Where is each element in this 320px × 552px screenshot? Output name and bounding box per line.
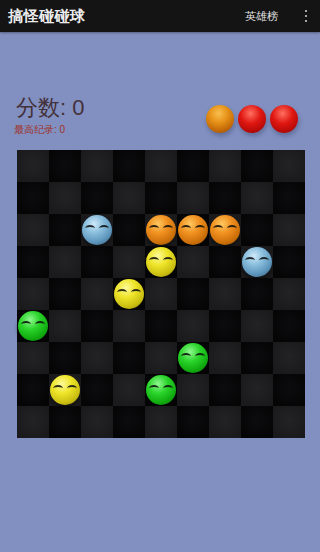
- board-cell-r4c0[interactable]: [17, 278, 49, 310]
- board-cell-r2c6[interactable]: [209, 214, 241, 246]
- board-cell-r0c3[interactable]: [113, 150, 145, 182]
- board-cell-r4c6[interactable]: [209, 278, 241, 310]
- next-balls-tray: [206, 105, 298, 133]
- board-cell-r1c5[interactable]: [177, 182, 209, 214]
- board-cell-r8c6[interactable]: [209, 406, 241, 438]
- board-cell-r3c3[interactable]: [113, 246, 145, 278]
- app-title: 搞怪碰碰球: [8, 7, 86, 26]
- board-cell-r1c3[interactable]: [113, 182, 145, 214]
- board-cell-r5c2[interactable]: [81, 310, 113, 342]
- board-cell-r7c8[interactable]: [273, 374, 305, 406]
- board-cell-r1c7[interactable]: [241, 182, 273, 214]
- board-cell-r8c7[interactable]: [241, 406, 273, 438]
- board-cell-r5c6[interactable]: [209, 310, 241, 342]
- ball-orange[interactable]: [210, 215, 240, 245]
- board-cell-r8c2[interactable]: [81, 406, 113, 438]
- leaderboard-button[interactable]: 英雄榜: [245, 9, 278, 24]
- board-cell-r4c7[interactable]: [241, 278, 273, 310]
- board-cell-r3c0[interactable]: [17, 246, 49, 278]
- board-cell-r7c0[interactable]: [17, 374, 49, 406]
- board-cell-r4c5[interactable]: [177, 278, 209, 310]
- board-cell-r8c3[interactable]: [113, 406, 145, 438]
- ball-green[interactable]: [18, 311, 48, 341]
- game-board: [17, 150, 305, 438]
- ball-yellow[interactable]: [114, 279, 144, 309]
- board-cell-r2c1[interactable]: [49, 214, 81, 246]
- ball-green[interactable]: [146, 375, 176, 405]
- board-cell-r5c3[interactable]: [113, 310, 145, 342]
- board-cell-r7c5[interactable]: [177, 374, 209, 406]
- board-cell-r1c2[interactable]: [81, 182, 113, 214]
- board-cell-r4c3[interactable]: [113, 278, 145, 310]
- board-cell-r4c2[interactable]: [81, 278, 113, 310]
- board-cell-r1c4[interactable]: [145, 182, 177, 214]
- board-cell-r2c4[interactable]: [145, 214, 177, 246]
- ball-blue[interactable]: [82, 215, 112, 245]
- board-cell-r4c4[interactable]: [145, 278, 177, 310]
- board-cell-r3c7[interactable]: [241, 246, 273, 278]
- ball-yellow[interactable]: [50, 375, 80, 405]
- board-cell-r1c0[interactable]: [17, 182, 49, 214]
- board-cell-r8c1[interactable]: [49, 406, 81, 438]
- board-cell-r6c8[interactable]: [273, 342, 305, 374]
- board-cell-r4c1[interactable]: [49, 278, 81, 310]
- board-cell-r7c7[interactable]: [241, 374, 273, 406]
- board-cell-r5c5[interactable]: [177, 310, 209, 342]
- board-cell-r2c0[interactable]: [17, 214, 49, 246]
- board-cell-r2c2[interactable]: [81, 214, 113, 246]
- overflow-menu-icon[interactable]: [298, 6, 314, 26]
- board-cell-r6c0[interactable]: [17, 342, 49, 374]
- board-cell-r2c8[interactable]: [273, 214, 305, 246]
- board-cell-r3c2[interactable]: [81, 246, 113, 278]
- board-cell-r7c1[interactable]: [49, 374, 81, 406]
- score-text: 分数: 0: [16, 93, 84, 123]
- board-cell-r0c0[interactable]: [17, 150, 49, 182]
- ball-blue[interactable]: [242, 247, 272, 277]
- next-ball-orange: [206, 105, 234, 133]
- board-cell-r6c5[interactable]: [177, 342, 209, 374]
- board-cell-r5c1[interactable]: [49, 310, 81, 342]
- board-cell-r4c8[interactable]: [273, 278, 305, 310]
- board-cell-r3c1[interactable]: [49, 246, 81, 278]
- board-cell-r8c5[interactable]: [177, 406, 209, 438]
- board-cell-r7c4[interactable]: [145, 374, 177, 406]
- next-ball-red: [270, 105, 298, 133]
- ball-green[interactable]: [178, 343, 208, 373]
- board-cell-r1c8[interactable]: [273, 182, 305, 214]
- board-cell-r8c0[interactable]: [17, 406, 49, 438]
- board-cell-r6c2[interactable]: [81, 342, 113, 374]
- board-cell-r2c5[interactable]: [177, 214, 209, 246]
- board-cell-r0c5[interactable]: [177, 150, 209, 182]
- board-cell-r0c8[interactable]: [273, 150, 305, 182]
- board-cell-r0c6[interactable]: [209, 150, 241, 182]
- board-cell-r0c1[interactable]: [49, 150, 81, 182]
- board-cell-r7c2[interactable]: [81, 374, 113, 406]
- board-cell-r3c6[interactable]: [209, 246, 241, 278]
- board-cell-r1c1[interactable]: [49, 182, 81, 214]
- board-cell-r6c4[interactable]: [145, 342, 177, 374]
- next-ball-red: [238, 105, 266, 133]
- ball-yellow[interactable]: [146, 247, 176, 277]
- board-cell-r0c2[interactable]: [81, 150, 113, 182]
- board-cell-r6c1[interactable]: [49, 342, 81, 374]
- board-cell-r7c6[interactable]: [209, 374, 241, 406]
- best-score-text: 最高纪录: 0: [14, 123, 65, 137]
- ball-orange[interactable]: [146, 215, 176, 245]
- board-cell-r8c8[interactable]: [273, 406, 305, 438]
- board-cell-r5c8[interactable]: [273, 310, 305, 342]
- board-cell-r0c7[interactable]: [241, 150, 273, 182]
- ball-orange[interactable]: [178, 215, 208, 245]
- board-cell-r1c6[interactable]: [209, 182, 241, 214]
- board-cell-r6c7[interactable]: [241, 342, 273, 374]
- board-cell-r0c4[interactable]: [145, 150, 177, 182]
- board-cell-r3c5[interactable]: [177, 246, 209, 278]
- app-bar: 搞怪碰碰球 英雄榜: [0, 0, 320, 32]
- board-cell-r5c4[interactable]: [145, 310, 177, 342]
- board-cell-r8c4[interactable]: [145, 406, 177, 438]
- board-cell-r2c7[interactable]: [241, 214, 273, 246]
- board-cell-r5c0[interactable]: [17, 310, 49, 342]
- board-cell-r7c3[interactable]: [113, 374, 145, 406]
- board-cell-r5c7[interactable]: [241, 310, 273, 342]
- board-cell-r2c3[interactable]: [113, 214, 145, 246]
- board-cell-r3c8[interactable]: [273, 246, 305, 278]
- board-cell-r6c3[interactable]: [113, 342, 145, 374]
- board-cell-r3c4[interactable]: [145, 246, 177, 278]
- board-cell-r6c6[interactable]: [209, 342, 241, 374]
